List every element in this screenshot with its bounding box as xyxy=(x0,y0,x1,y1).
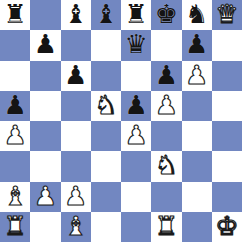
square-c8[interactable]: ♝ xyxy=(61,0,91,30)
square-c7[interactable] xyxy=(61,30,91,60)
square-e2[interactable] xyxy=(121,182,151,212)
white-bishop-piece: ♝ xyxy=(64,213,87,239)
white-knight-piece: ♞ xyxy=(94,92,117,118)
black-queen-piece: ♛ xyxy=(124,31,147,57)
square-b1[interactable] xyxy=(30,212,60,242)
square-h7[interactable] xyxy=(212,30,242,60)
square-a1[interactable]: ♜ xyxy=(0,212,30,242)
square-d5[interactable]: ♞ xyxy=(91,91,121,121)
square-f3[interactable]: ♞ xyxy=(151,151,181,181)
square-a8[interactable]: ♜ xyxy=(0,0,30,30)
white-pawn-piece: ♟ xyxy=(34,183,57,209)
square-f6[interactable]: ♟ xyxy=(151,61,181,91)
square-g7[interactable]: ♟ xyxy=(182,30,212,60)
square-f7[interactable] xyxy=(151,30,181,60)
square-h8[interactable]: ♛ xyxy=(212,0,242,30)
square-f8[interactable]: ♚ xyxy=(151,0,181,30)
square-d2[interactable] xyxy=(91,182,121,212)
square-d3[interactable] xyxy=(91,151,121,181)
square-c5[interactable] xyxy=(61,91,91,121)
square-d4[interactable] xyxy=(91,121,121,151)
square-e8[interactable]: ♜ xyxy=(121,0,151,30)
white-pawn-piece: ♟ xyxy=(185,62,208,88)
square-c6[interactable]: ♟ xyxy=(61,61,91,91)
white-knight-piece: ♞ xyxy=(155,152,178,178)
square-a3[interactable] xyxy=(0,151,30,181)
square-c2[interactable]: ♟ xyxy=(61,182,91,212)
square-d6[interactable] xyxy=(91,61,121,91)
black-pawn-piece: ♟ xyxy=(34,31,57,57)
square-a4[interactable]: ♟ xyxy=(0,121,30,151)
white-king-piece: ♚ xyxy=(215,213,238,239)
square-h3[interactable] xyxy=(212,151,242,181)
square-d1[interactable] xyxy=(91,212,121,242)
black-pawn-piece: ♟ xyxy=(124,92,147,118)
square-b2[interactable]: ♟ xyxy=(30,182,60,212)
square-h1[interactable]: ♚ xyxy=(212,212,242,242)
square-f2[interactable] xyxy=(151,182,181,212)
square-a7[interactable] xyxy=(0,30,30,60)
black-pawn-piece: ♟ xyxy=(64,62,87,88)
black-rook-piece: ♜ xyxy=(3,1,26,27)
square-h2[interactable] xyxy=(212,182,242,212)
square-d7[interactable] xyxy=(91,30,121,60)
square-e1[interactable] xyxy=(121,212,151,242)
square-b4[interactable] xyxy=(30,121,60,151)
white-rook-piece: ♜ xyxy=(155,213,178,239)
square-e5[interactable]: ♟ xyxy=(121,91,151,121)
square-h4[interactable] xyxy=(212,121,242,151)
square-g4[interactable] xyxy=(182,121,212,151)
square-c3[interactable] xyxy=(61,151,91,181)
square-c1[interactable]: ♝ xyxy=(61,212,91,242)
black-knight-piece: ♞ xyxy=(185,1,208,27)
square-e3[interactable] xyxy=(121,151,151,181)
square-h5[interactable] xyxy=(212,91,242,121)
square-b5[interactable] xyxy=(30,91,60,121)
square-a2[interactable]: ♝ xyxy=(0,182,30,212)
square-b8[interactable] xyxy=(30,0,60,30)
square-g1[interactable] xyxy=(182,212,212,242)
square-g6[interactable]: ♟ xyxy=(182,61,212,91)
white-bishop-piece: ♝ xyxy=(3,183,26,209)
black-king-piece: ♚ xyxy=(155,1,178,27)
square-f1[interactable]: ♜ xyxy=(151,212,181,242)
square-h6[interactable] xyxy=(212,61,242,91)
black-bishop-piece: ♝ xyxy=(94,1,117,27)
white-pawn-piece: ♟ xyxy=(64,183,87,209)
white-pawn-piece: ♟ xyxy=(3,122,26,148)
square-b6[interactable] xyxy=(30,61,60,91)
white-pawn-piece: ♟ xyxy=(155,92,178,118)
white-queen-piece: ♛ xyxy=(215,1,238,27)
square-f4[interactable] xyxy=(151,121,181,151)
black-pawn-piece: ♟ xyxy=(155,62,178,88)
square-c4[interactable] xyxy=(61,121,91,151)
square-g8[interactable]: ♞ xyxy=(182,0,212,30)
square-f5[interactable]: ♟ xyxy=(151,91,181,121)
white-pawn-piece: ♟ xyxy=(124,122,147,148)
black-bishop-piece: ♝ xyxy=(64,1,87,27)
square-e4[interactable]: ♟ xyxy=(121,121,151,151)
square-d8[interactable]: ♝ xyxy=(91,0,121,30)
black-pawn-piece: ♟ xyxy=(3,92,26,118)
black-rook-piece: ♜ xyxy=(124,1,147,27)
square-g5[interactable] xyxy=(182,91,212,121)
square-b7[interactable]: ♟ xyxy=(30,30,60,60)
square-e7[interactable]: ♛ xyxy=(121,30,151,60)
square-g3[interactable] xyxy=(182,151,212,181)
square-g2[interactable] xyxy=(182,182,212,212)
black-pawn-piece: ♟ xyxy=(185,31,208,57)
square-b3[interactable] xyxy=(30,151,60,181)
square-e6[interactable] xyxy=(121,61,151,91)
chess-board: ♜♝♝♜♚♞♛♟♛♟♟♟♟♟♞♟♟♟♟♞♝♟♟♜♝♜♚ xyxy=(0,0,242,242)
square-a6[interactable] xyxy=(0,61,30,91)
square-a5[interactable]: ♟ xyxy=(0,91,30,121)
white-rook-piece: ♜ xyxy=(3,213,26,239)
